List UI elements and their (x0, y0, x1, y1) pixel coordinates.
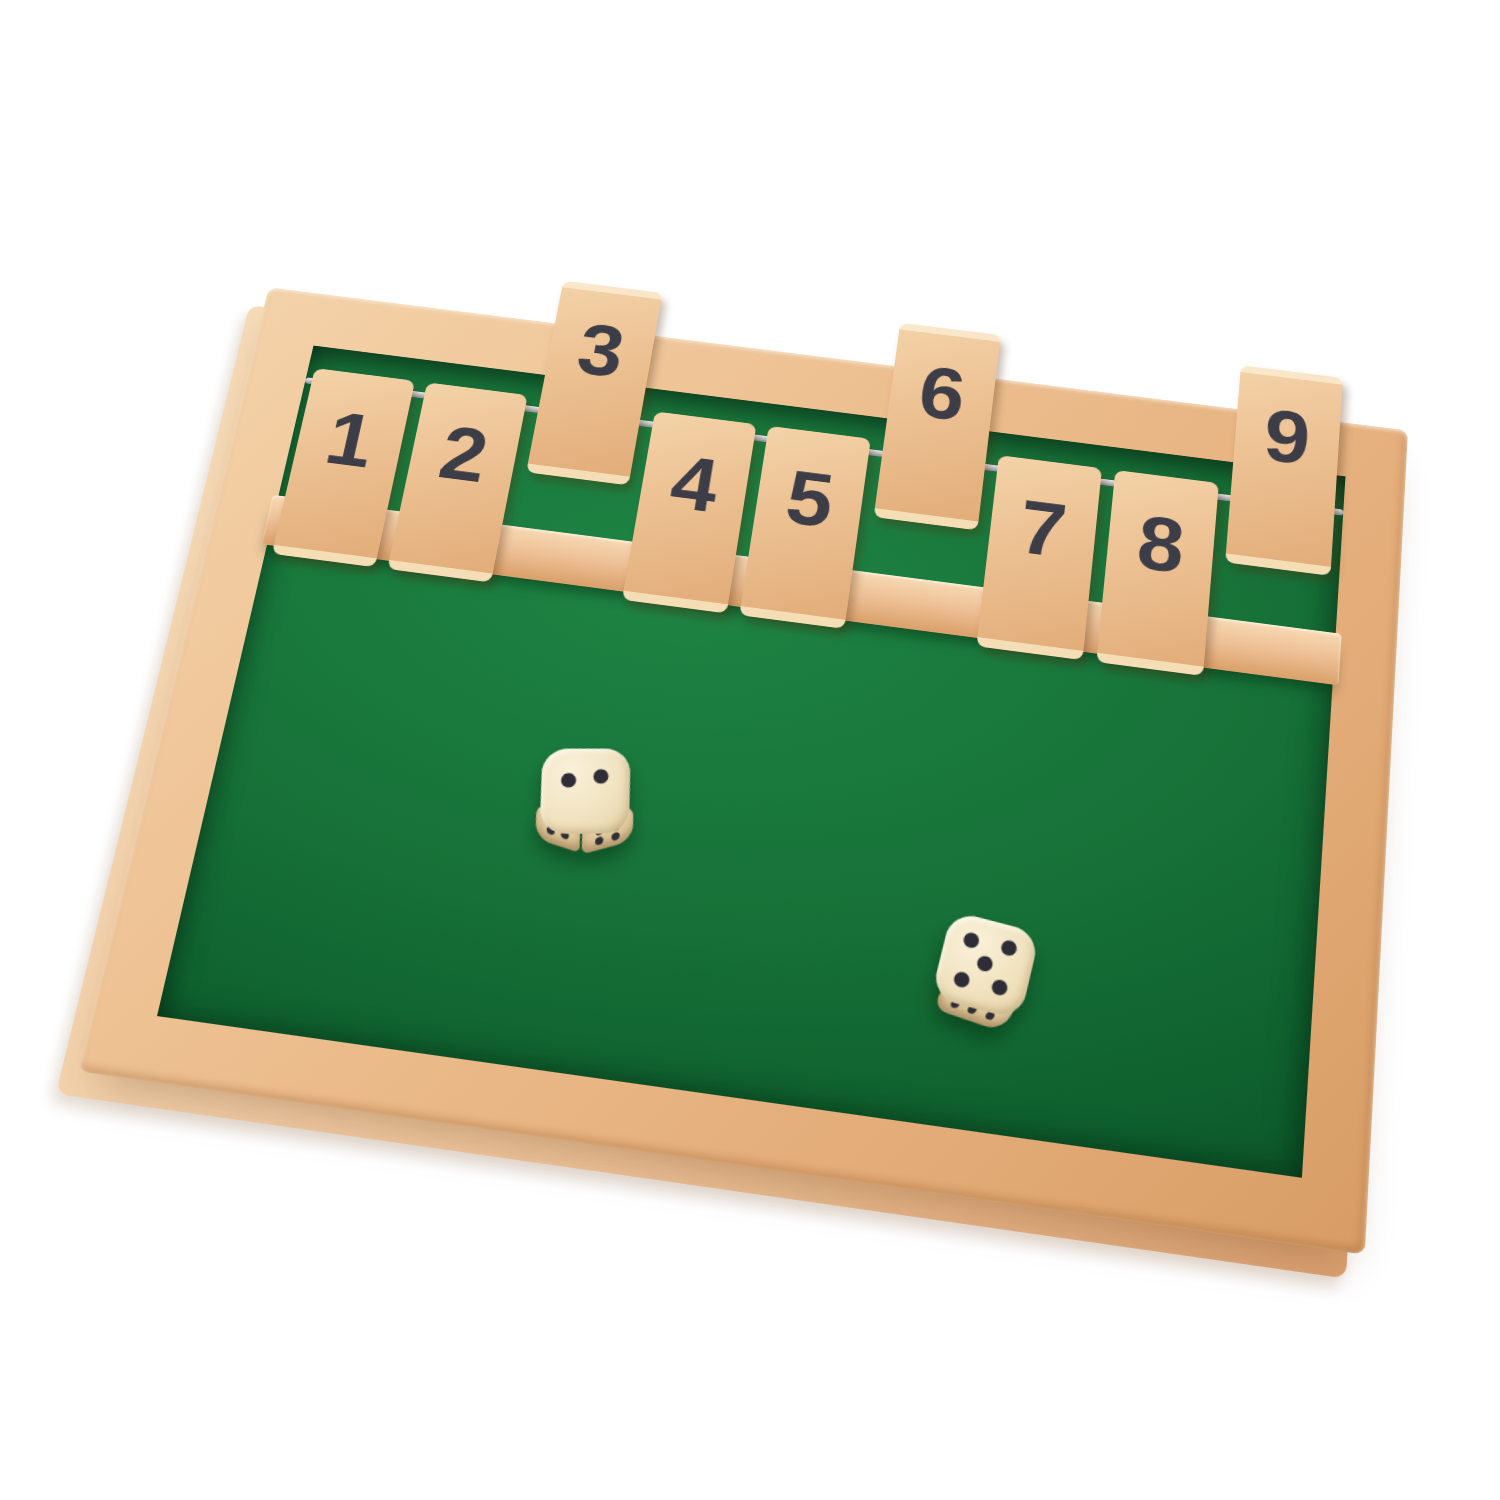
product-photo-scene: 1 2 3 4 5 6 7 (0, 0, 1500, 1500)
pip (952, 970, 971, 989)
tile-9-number: 9 (1233, 393, 1341, 480)
pip (976, 954, 995, 973)
tile-8[interactable]: 8 (1096, 470, 1219, 676)
tile-2[interactable]: 2 (387, 382, 527, 582)
tile-4-number: 4 (637, 440, 752, 528)
tile-3[interactable]: 3 (526, 281, 662, 486)
pip (1000, 939, 1019, 958)
side-pip (612, 831, 620, 841)
tile-5[interactable]: 5 (739, 426, 871, 629)
pip (962, 931, 981, 950)
tile-8-number: 8 (1105, 499, 1217, 589)
pip (561, 773, 577, 787)
tile-6[interactable]: 6 (874, 323, 1001, 531)
tile-7[interactable]: 7 (976, 455, 1102, 660)
tile-9[interactable]: 9 (1225, 365, 1343, 576)
side-pip (595, 835, 603, 845)
tile-5-number: 5 (753, 454, 867, 542)
die-showing-2[interactable] (539, 749, 630, 834)
tile-7-number: 7 (987, 484, 1099, 573)
pip (593, 769, 608, 783)
pip (991, 979, 1010, 998)
shut-the-box-board: 1 2 3 4 5 6 7 (78, 287, 1408, 1254)
tile-2-number: 2 (405, 410, 522, 497)
tile-3-number: 3 (544, 308, 658, 392)
tile-6-number: 6 (887, 350, 998, 435)
die-1-top-face (539, 749, 630, 834)
tile-4[interactable]: 4 (622, 411, 757, 613)
tile-1-number: 1 (291, 396, 409, 483)
